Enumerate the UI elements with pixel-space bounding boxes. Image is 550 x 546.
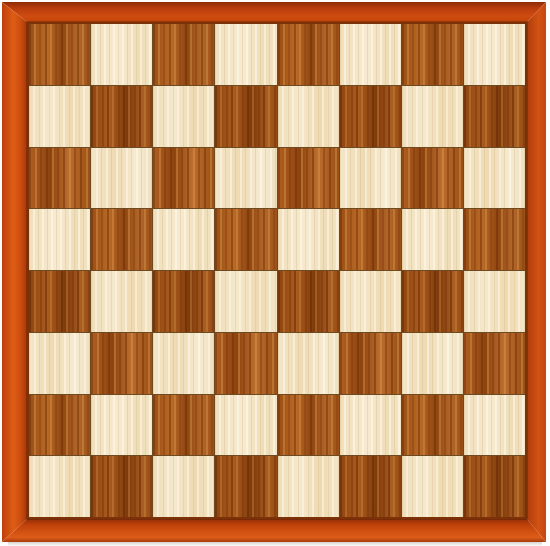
- square-d7: [215, 86, 276, 147]
- square-c4: [153, 271, 214, 332]
- square-b1: [91, 456, 152, 517]
- square-e3: [278, 333, 339, 394]
- square-c8: [153, 24, 214, 85]
- square-h5: [464, 209, 525, 270]
- square-b7: [91, 86, 152, 147]
- square-b4: [91, 271, 152, 332]
- square-e4: [278, 271, 339, 332]
- square-g6: [402, 148, 463, 209]
- square-c6: [153, 148, 214, 209]
- square-d3: [215, 333, 276, 394]
- square-a1: [29, 456, 90, 517]
- square-e8: [278, 24, 339, 85]
- square-g8: [402, 24, 463, 85]
- square-a8: [29, 24, 90, 85]
- square-g4: [402, 271, 463, 332]
- square-h2: [464, 395, 525, 456]
- chess-board: [29, 24, 525, 517]
- square-c5: [153, 209, 214, 270]
- square-b3: [91, 333, 152, 394]
- square-g1: [402, 456, 463, 517]
- square-d6: [215, 148, 276, 209]
- square-a2: [29, 395, 90, 456]
- square-d4: [215, 271, 276, 332]
- photo-shadow: [8, 542, 542, 546]
- square-e5: [278, 209, 339, 270]
- square-c2: [153, 395, 214, 456]
- square-b6: [91, 148, 152, 209]
- square-a5: [29, 209, 90, 270]
- square-g7: [402, 86, 463, 147]
- square-d8: [215, 24, 276, 85]
- square-h4: [464, 271, 525, 332]
- square-f6: [340, 148, 401, 209]
- board-photo: [0, 0, 550, 546]
- square-h8: [464, 24, 525, 85]
- square-b8: [91, 24, 152, 85]
- square-f7: [340, 86, 401, 147]
- square-a6: [29, 148, 90, 209]
- board-frame-top: [2, 2, 546, 22]
- square-e1: [278, 456, 339, 517]
- square-a7: [29, 86, 90, 147]
- board-frame-left: [2, 2, 27, 542]
- square-f2: [340, 395, 401, 456]
- square-f5: [340, 209, 401, 270]
- square-e7: [278, 86, 339, 147]
- square-g2: [402, 395, 463, 456]
- board-frame-bottom: [2, 519, 546, 542]
- square-e6: [278, 148, 339, 209]
- square-h7: [464, 86, 525, 147]
- square-g3: [402, 333, 463, 394]
- square-a3: [29, 333, 90, 394]
- square-f3: [340, 333, 401, 394]
- square-c1: [153, 456, 214, 517]
- square-c3: [153, 333, 214, 394]
- square-e2: [278, 395, 339, 456]
- square-c7: [153, 86, 214, 147]
- square-d1: [215, 456, 276, 517]
- board-frame-right: [527, 2, 546, 542]
- square-f8: [340, 24, 401, 85]
- square-d5: [215, 209, 276, 270]
- square-d2: [215, 395, 276, 456]
- square-f4: [340, 271, 401, 332]
- square-a4: [29, 271, 90, 332]
- square-h6: [464, 148, 525, 209]
- square-g5: [402, 209, 463, 270]
- square-f1: [340, 456, 401, 517]
- square-h1: [464, 456, 525, 517]
- square-h3: [464, 333, 525, 394]
- square-b5: [91, 209, 152, 270]
- square-b2: [91, 395, 152, 456]
